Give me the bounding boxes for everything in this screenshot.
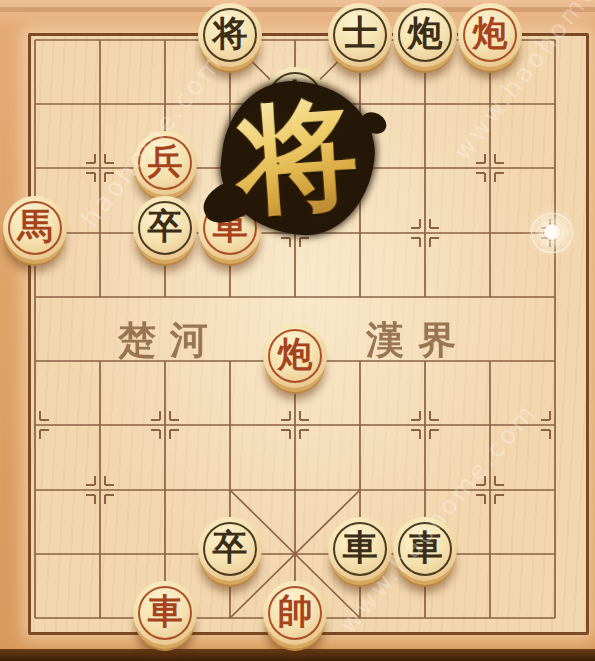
piece-red-cannon[interactable]: 炮 (263, 324, 327, 388)
piece-red-chariot[interactable]: 車 (133, 581, 197, 645)
piece-character: 馬 (18, 195, 53, 259)
piece-character: 炮 (473, 2, 508, 66)
piece-character: 帥 (278, 580, 313, 644)
piece-character: 卒 (213, 516, 248, 580)
piece-black-general[interactable]: 将 (198, 3, 262, 67)
piece-black-chariot[interactable]: 車 (393, 517, 457, 581)
piece-black-cannon[interactable]: 炮 (393, 3, 457, 67)
bottom-bar (0, 649, 595, 661)
xiangqi-game-screen: 楚河 漢界 将士炮炮士兵馬卒車炮卒車車車帥 将 haohome.comwww.h… (0, 0, 595, 661)
river-label-right: 漢界 (366, 315, 470, 366)
piece-character: 卒 (148, 195, 183, 259)
piece-black-soldier[interactable]: 卒 (198, 517, 262, 581)
piece-character: 車 (148, 580, 183, 644)
piece-red-general[interactable]: 帥 (263, 581, 327, 645)
piece-red-soldier[interactable]: 兵 (133, 131, 197, 195)
piece-character: 車 (408, 516, 443, 580)
piece-character: 兵 (148, 130, 183, 194)
piece-character: 将 (213, 2, 248, 66)
piece-character: 士 (343, 2, 378, 66)
piece-character: 車 (343, 516, 378, 580)
piece-red-horse[interactable]: 馬 (3, 196, 67, 260)
piece-black-soldier[interactable]: 卒 (133, 196, 197, 260)
piece-character: 炮 (278, 323, 313, 387)
piece-red-cannon[interactable]: 炮 (458, 3, 522, 67)
river-label-left: 楚河 (118, 315, 222, 366)
piece-black-advisor[interactable]: 士 (328, 3, 392, 67)
piece-black-chariot[interactable]: 車 (328, 517, 392, 581)
piece-character: 炮 (408, 2, 443, 66)
check-text: 将 (223, 75, 374, 240)
